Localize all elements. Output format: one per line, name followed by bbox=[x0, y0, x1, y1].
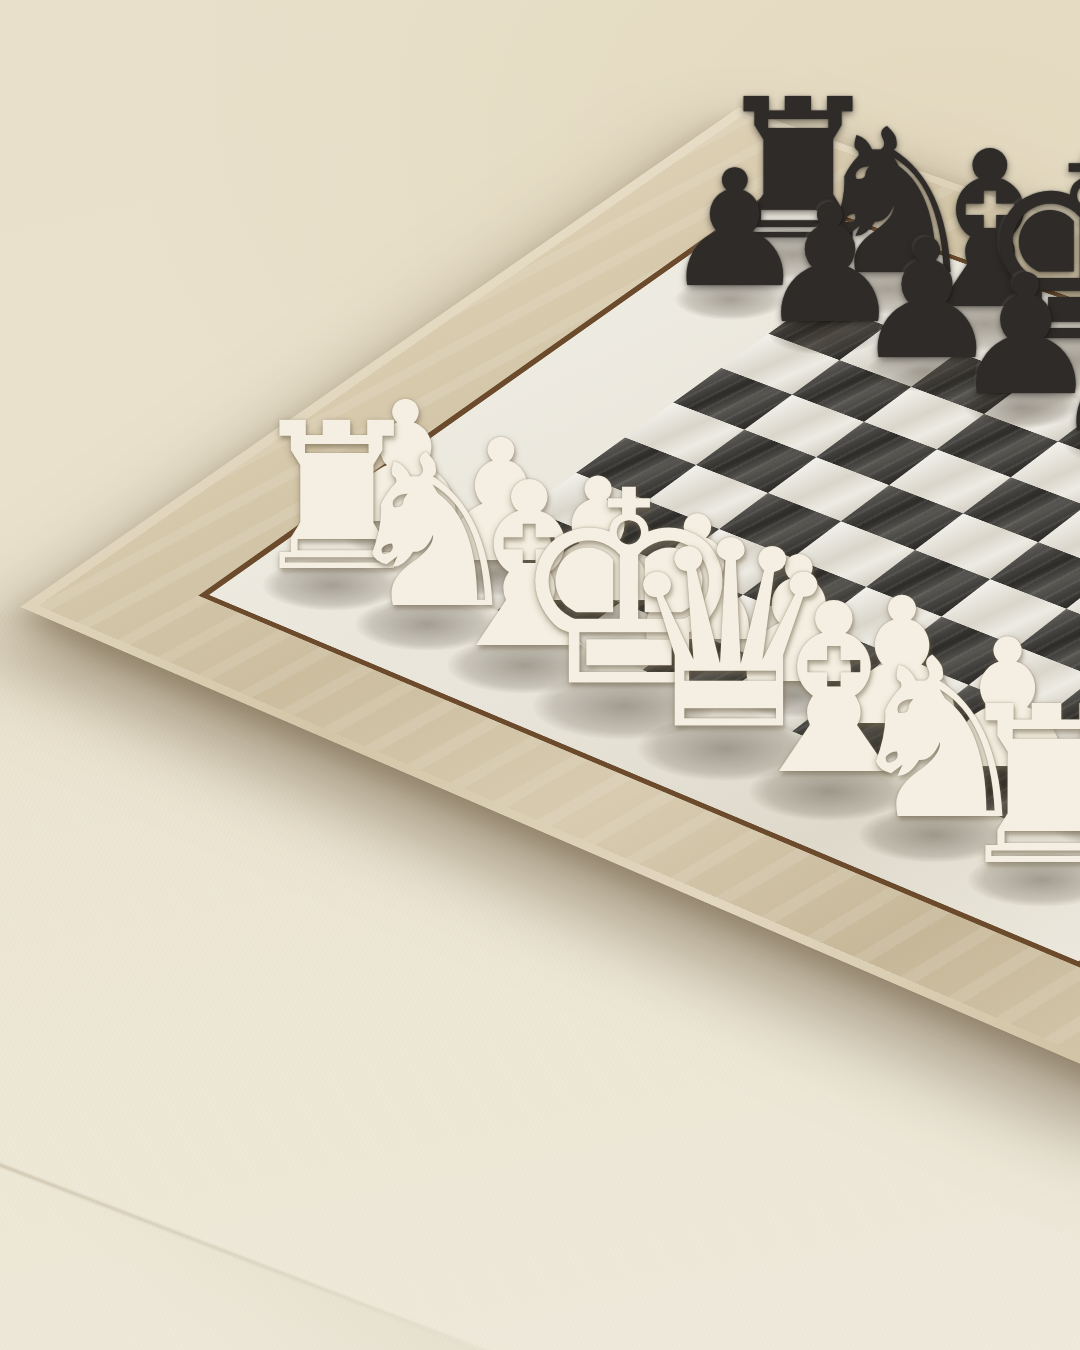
white-rook-a1[interactable]: ♜ bbox=[949, 676, 1080, 894]
black-pawn-d7[interactable]: ♟ bbox=[1051, 289, 1080, 457]
cloth-fold-shadow bbox=[0, 1168, 713, 1350]
photo-scene: ♜♞♝♛♚♝♞♜♟♟♟♟♟♟♟♟♟♟♟♟♟♟♟♟♜♞♝♛♚♝♞♜ bbox=[0, 0, 1080, 1350]
cloth-fold-line bbox=[0, 1152, 568, 1350]
pieces-layer: ♜♞♝♛♚♝♞♜♟♟♟♟♟♟♟♟♟♟♟♟♟♟♟♟♜♞♝♛♚♝♞♜ bbox=[0, 0, 1080, 1350]
